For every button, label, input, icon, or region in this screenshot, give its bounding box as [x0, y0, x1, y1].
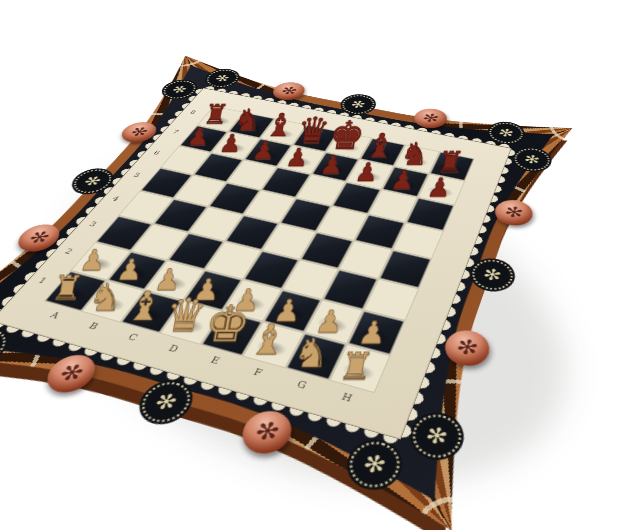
- photo-scene: ✻✻✻✻✻✻✻✻✻✻✻✻✻✻✻✻✻✻✻✻ ABCDEFGH12345678 ♜♞…: [0, 0, 640, 530]
- chess-board-plaque: ✻✻✻✻✻✻✻✻✻✻✻✻✻✻✻✻✻✻✻✻ ABCDEFGH12345678 ♜♞…: [0, 56, 572, 530]
- camera-skew-wrap: ✻✻✻✻✻✻✻✻✻✻✻✻✻✻✻✻✻✻✻✻ ABCDEFGH12345678 ♜♞…: [0, 0, 640, 530]
- pawn-glyph: ♟: [311, 152, 353, 177]
- pawn-glyph: ♟: [418, 174, 461, 200]
- pawn-glyph: ♟: [346, 159, 388, 185]
- perspective-container: ✻✻✻✻✻✻✻✻✻✻✻✻✻✻✻✻✻✻✻✻ ABCDEFGH12345678 ♜♞…: [0, 0, 640, 530]
- pawn-glyph: ♟: [381, 167, 424, 193]
- rook-glyph: ♜: [329, 348, 384, 385]
